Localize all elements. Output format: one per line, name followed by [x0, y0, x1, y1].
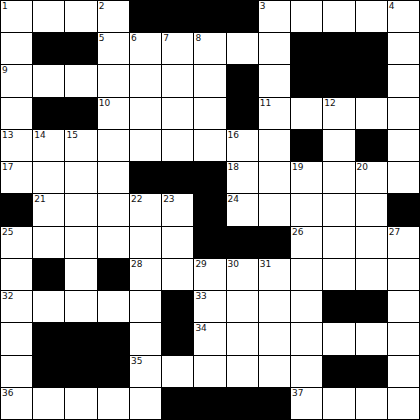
block-cell-r9c11 [356, 291, 387, 322]
letter-cell-r12c2[interactable] [65, 388, 96, 419]
block-cell-r10c3 [98, 323, 129, 354]
letter-cell-r4c8[interactable] [259, 130, 290, 161]
letter-cell-r10c8[interactable] [259, 323, 290, 354]
letter-cell-r5c3[interactable] [98, 162, 129, 193]
letter-cell-r1c6[interactable]: 8 [194, 33, 225, 64]
letter-cell-r9c1[interactable] [33, 291, 64, 322]
letter-cell-r5c9[interactable]: 19 [291, 162, 322, 193]
letter-cell-r9c0[interactable]: 32 [1, 291, 32, 322]
clue-number-12: 12 [324, 98, 335, 108]
letter-cell-r1c7[interactable] [227, 33, 258, 64]
block-cell-r1c10 [323, 33, 354, 64]
letter-cell-r1c8[interactable] [259, 33, 290, 64]
letter-cell-r9c8[interactable] [259, 291, 290, 322]
letter-cell-r9c9[interactable] [291, 291, 322, 322]
block-cell-r11c1 [33, 356, 64, 387]
letter-cell-r4c1[interactable]: 14 [33, 130, 64, 161]
clue-number-7: 7 [163, 33, 169, 43]
clue-number-3: 3 [260, 1, 266, 11]
block-cell-r2c7 [227, 65, 258, 96]
letter-cell-r2c5[interactable] [162, 65, 193, 96]
letter-cell-r11c0[interactable] [1, 356, 32, 387]
letter-cell-r11c6[interactable] [194, 356, 225, 387]
block-cell-r0c7 [227, 1, 258, 32]
letter-cell-r12c4[interactable] [130, 388, 161, 419]
clue-number-28: 28 [131, 259, 142, 269]
letter-cell-r0c12[interactable]: 4 [388, 1, 419, 32]
letter-cell-r4c12[interactable] [388, 130, 419, 161]
letter-cell-r10c10[interactable] [323, 323, 354, 354]
letter-cell-r3c4[interactable] [130, 98, 161, 129]
letter-cell-r9c3[interactable] [98, 291, 129, 322]
block-cell-r6c6 [194, 194, 225, 225]
letter-cell-r0c2[interactable] [65, 1, 96, 32]
clue-number-31: 31 [260, 259, 271, 269]
block-cell-r5c5 [162, 162, 193, 193]
clue-number-26: 26 [292, 227, 303, 237]
block-cell-r10c5 [162, 323, 193, 354]
block-cell-r4c11 [356, 130, 387, 161]
letter-cell-r12c10[interactable] [323, 388, 354, 419]
letter-cell-r1c3[interactable]: 5 [98, 33, 129, 64]
letter-cell-r2c1[interactable] [33, 65, 64, 96]
letter-cell-r2c4[interactable] [130, 65, 161, 96]
block-cell-r1c2 [65, 33, 96, 64]
block-cell-r5c4 [130, 162, 161, 193]
clue-number-33: 33 [195, 291, 206, 301]
letter-cell-r1c5[interactable]: 7 [162, 33, 193, 64]
block-cell-r12c6 [194, 388, 225, 419]
letter-cell-r7c2[interactable] [65, 227, 96, 258]
letter-cell-r9c12[interactable] [388, 291, 419, 322]
letter-cell-r8c12[interactable] [388, 259, 419, 290]
clue-number-29: 29 [195, 259, 206, 269]
clue-number-17: 17 [2, 162, 13, 172]
letter-cell-r5c1[interactable] [33, 162, 64, 193]
block-cell-r9c10 [323, 291, 354, 322]
block-cell-r0c6 [194, 1, 225, 32]
block-cell-r6c12 [388, 194, 419, 225]
letter-cell-r6c8[interactable] [259, 194, 290, 225]
letter-cell-r12c3[interactable] [98, 388, 129, 419]
clue-number-30: 30 [228, 259, 239, 269]
letter-cell-r4c3[interactable] [98, 130, 129, 161]
letter-cell-r2c6[interactable] [194, 65, 225, 96]
letter-cell-r12c0[interactable]: 36 [1, 388, 32, 419]
block-cell-r11c11 [356, 356, 387, 387]
clue-number-24: 24 [228, 194, 239, 204]
letter-cell-r6c11[interactable] [356, 194, 387, 225]
crossword-board: 1234567891011121314151617181920212223242… [0, 0, 420, 420]
letter-cell-r11c5[interactable] [162, 356, 193, 387]
letter-cell-r8c7[interactable]: 30 [227, 259, 258, 290]
letter-cell-r9c7[interactable] [227, 291, 258, 322]
block-cell-r2c10 [323, 65, 354, 96]
block-cell-r8c3 [98, 259, 129, 290]
letter-cell-r4c0[interactable]: 13 [1, 130, 32, 161]
block-cell-r3c2 [65, 98, 96, 129]
letter-cell-r6c9[interactable] [291, 194, 322, 225]
letter-cell-r6c7[interactable]: 24 [227, 194, 258, 225]
clue-number-6: 6 [131, 33, 137, 43]
clue-number-37: 37 [292, 388, 303, 398]
block-cell-r3c7 [227, 98, 258, 129]
letter-cell-r1c4[interactable]: 6 [130, 33, 161, 64]
letter-cell-r10c0[interactable] [1, 323, 32, 354]
letter-cell-r0c10[interactable] [323, 1, 354, 32]
letter-cell-r2c12[interactable] [388, 65, 419, 96]
block-cell-r7c6 [194, 227, 225, 258]
letter-cell-r2c8[interactable] [259, 65, 290, 96]
block-cell-r11c10 [323, 356, 354, 387]
letter-cell-r6c3[interactable] [98, 194, 129, 225]
letter-cell-r4c2[interactable]: 15 [65, 130, 96, 161]
block-cell-r10c2 [65, 323, 96, 354]
letter-cell-r2c2[interactable] [65, 65, 96, 96]
letter-cell-r8c8[interactable]: 31 [259, 259, 290, 290]
clue-number-14: 14 [34, 130, 45, 140]
letter-cell-r8c2[interactable] [65, 259, 96, 290]
letter-cell-r12c12[interactable] [388, 388, 419, 419]
block-cell-r7c7 [227, 227, 258, 258]
letter-cell-r7c10[interactable] [323, 227, 354, 258]
letter-cell-r5c10[interactable] [323, 162, 354, 193]
letter-cell-r3c10[interactable]: 12 [323, 98, 354, 129]
letter-cell-r8c10[interactable] [323, 259, 354, 290]
letter-cell-r2c0[interactable]: 9 [1, 65, 32, 96]
letter-cell-r6c4[interactable]: 22 [130, 194, 161, 225]
clue-number-25: 25 [2, 227, 13, 237]
letter-cell-r3c3[interactable]: 10 [98, 98, 129, 129]
clue-number-8: 8 [195, 33, 201, 43]
clue-number-10: 10 [99, 98, 110, 108]
block-cell-r2c11 [356, 65, 387, 96]
letter-cell-r12c11[interactable] [356, 388, 387, 419]
letter-cell-r3c9[interactable] [291, 98, 322, 129]
letter-cell-r6c5[interactable]: 23 [162, 194, 193, 225]
letter-cell-r6c10[interactable] [323, 194, 354, 225]
letter-cell-r9c6[interactable]: 33 [194, 291, 225, 322]
letter-cell-r8c11[interactable] [356, 259, 387, 290]
letter-cell-r4c7[interactable]: 16 [227, 130, 258, 161]
letter-cell-r0c3[interactable]: 2 [98, 1, 129, 32]
letter-cell-r5c2[interactable] [65, 162, 96, 193]
letter-cell-r4c10[interactable] [323, 130, 354, 161]
letter-cell-r7c9[interactable]: 26 [291, 227, 322, 258]
letter-cell-r4c5[interactable] [162, 130, 193, 161]
letter-cell-r8c5[interactable] [162, 259, 193, 290]
clue-number-20: 20 [357, 162, 368, 172]
letter-cell-r0c8[interactable]: 3 [259, 1, 290, 32]
block-cell-r0c5 [162, 1, 193, 32]
letter-cell-r3c5[interactable] [162, 98, 193, 129]
clue-number-15: 15 [66, 130, 77, 140]
letter-cell-r11c12[interactable] [388, 356, 419, 387]
letter-cell-r7c1[interactable] [33, 227, 64, 258]
block-cell-r9c5 [162, 291, 193, 322]
letter-cell-r4c4[interactable] [130, 130, 161, 161]
letter-cell-r8c6[interactable]: 29 [194, 259, 225, 290]
letter-cell-r3c6[interactable] [194, 98, 225, 129]
clue-number-16: 16 [228, 130, 239, 140]
letter-cell-r5c11[interactable]: 20 [356, 162, 387, 193]
letter-cell-r0c9[interactable] [291, 1, 322, 32]
block-cell-r6c0 [1, 194, 32, 225]
block-cell-r12c8 [259, 388, 290, 419]
letter-cell-r10c6[interactable]: 34 [194, 323, 225, 354]
letter-cell-r3c11[interactable] [356, 98, 387, 129]
letter-cell-r7c11[interactable] [356, 227, 387, 258]
clue-number-35: 35 [131, 356, 142, 366]
letter-cell-r12c9[interactable]: 37 [291, 388, 322, 419]
letter-cell-r3c12[interactable] [388, 98, 419, 129]
letter-cell-r3c8[interactable]: 11 [259, 98, 290, 129]
block-cell-r2c9 [291, 65, 322, 96]
letter-cell-r8c4[interactable]: 28 [130, 259, 161, 290]
clue-number-27: 27 [389, 227, 400, 237]
letter-cell-r11c8[interactable] [259, 356, 290, 387]
block-cell-r5c6 [194, 162, 225, 193]
letter-cell-r1c12[interactable] [388, 33, 419, 64]
clue-number-22: 22 [131, 194, 142, 204]
block-cell-r12c5 [162, 388, 193, 419]
clue-number-18: 18 [228, 162, 239, 172]
letter-cell-r5c0[interactable]: 17 [1, 162, 32, 193]
letter-cell-r0c1[interactable] [33, 1, 64, 32]
letter-cell-r7c12[interactable]: 27 [388, 227, 419, 258]
clue-number-21: 21 [34, 194, 45, 204]
letter-cell-r6c1[interactable]: 21 [33, 194, 64, 225]
clue-number-19: 19 [292, 162, 303, 172]
block-cell-r1c9 [291, 33, 322, 64]
letter-cell-r10c7[interactable] [227, 323, 258, 354]
clue-number-9: 9 [2, 65, 8, 75]
letter-cell-r5c12[interactable] [388, 162, 419, 193]
letter-cell-r10c4[interactable] [130, 323, 161, 354]
clue-number-2: 2 [99, 1, 105, 11]
letter-cell-r2c3[interactable] [98, 65, 129, 96]
letter-cell-r9c4[interactable] [130, 291, 161, 322]
clue-number-11: 11 [260, 98, 271, 108]
block-cell-r11c2 [65, 356, 96, 387]
block-cell-r8c1 [33, 259, 64, 290]
letter-cell-r8c9[interactable] [291, 259, 322, 290]
clue-number-36: 36 [2, 388, 13, 398]
block-cell-r0c4 [130, 1, 161, 32]
letter-cell-r9c2[interactable] [65, 291, 96, 322]
clue-number-13: 13 [2, 130, 13, 140]
block-cell-r1c11 [356, 33, 387, 64]
letter-cell-r4c6[interactable] [194, 130, 225, 161]
letter-cell-r11c9[interactable] [291, 356, 322, 387]
letter-cell-r6c2[interactable] [65, 194, 96, 225]
block-cell-r4c9 [291, 130, 322, 161]
letter-cell-r7c0[interactable]: 25 [1, 227, 32, 258]
letter-cell-r5c8[interactable] [259, 162, 290, 193]
letter-cell-r0c11[interactable] [356, 1, 387, 32]
block-cell-r10c1 [33, 323, 64, 354]
block-cell-r12c7 [227, 388, 258, 419]
letter-cell-r5c7[interactable]: 18 [227, 162, 258, 193]
block-cell-r7c8 [259, 227, 290, 258]
letter-cell-r11c7[interactable] [227, 356, 258, 387]
letter-cell-r8c0[interactable] [1, 259, 32, 290]
letter-cell-r10c9[interactable] [291, 323, 322, 354]
letter-cell-r0c0[interactable]: 1 [1, 1, 32, 32]
letter-cell-r3c0[interactable] [1, 98, 32, 129]
letter-cell-r10c11[interactable] [356, 323, 387, 354]
letter-cell-r7c5[interactable] [162, 227, 193, 258]
letter-cell-r12c1[interactable] [33, 388, 64, 419]
clue-number-23: 23 [163, 194, 174, 204]
letter-cell-r7c3[interactable] [98, 227, 129, 258]
letter-cell-r10c12[interactable] [388, 323, 419, 354]
block-cell-r1c1 [33, 33, 64, 64]
clue-number-34: 34 [195, 323, 206, 333]
block-cell-r11c3 [98, 356, 129, 387]
clue-number-5: 5 [99, 33, 105, 43]
clue-number-1: 1 [2, 1, 8, 11]
clue-number-4: 4 [389, 1, 395, 11]
letter-cell-r1c0[interactable] [1, 33, 32, 64]
letter-cell-r7c4[interactable] [130, 227, 161, 258]
block-cell-r3c1 [33, 98, 64, 129]
letter-cell-r11c4[interactable]: 35 [130, 356, 161, 387]
clue-number-32: 32 [2, 291, 13, 301]
